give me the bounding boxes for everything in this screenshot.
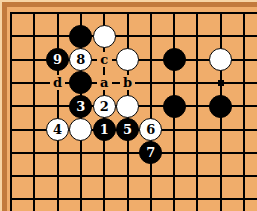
board-point xyxy=(46,1,69,24)
board-point xyxy=(69,118,92,141)
black-stone-move-5: 5 xyxy=(116,118,139,141)
board-point xyxy=(162,1,185,24)
board-point xyxy=(209,118,232,141)
black-stone xyxy=(69,71,92,94)
black-stone-move-7: 7 xyxy=(139,141,162,164)
board-point xyxy=(162,164,185,187)
board-point xyxy=(23,164,46,187)
white-stone-move-6: 6 xyxy=(139,118,162,141)
board-point xyxy=(232,164,255,187)
white-stone-move-2: 2 xyxy=(93,95,116,118)
black-stone-move-9: 9 xyxy=(46,48,69,71)
board-point xyxy=(162,25,185,48)
board-point xyxy=(186,118,209,141)
board-point xyxy=(93,141,116,164)
go-diagram: 98cdab3241567 xyxy=(0,0,257,211)
board-point xyxy=(162,95,185,118)
board-point xyxy=(139,164,162,187)
board-point xyxy=(93,25,116,48)
board-point xyxy=(0,71,23,94)
board-point xyxy=(139,25,162,48)
board-point xyxy=(232,25,255,48)
board-point xyxy=(232,188,255,211)
board-point xyxy=(69,188,92,211)
board-point: 8 xyxy=(69,48,92,71)
board-point xyxy=(232,141,255,164)
white-stone xyxy=(209,48,232,71)
board-point xyxy=(0,118,23,141)
board-point xyxy=(0,141,23,164)
board-point xyxy=(0,1,23,24)
board-point xyxy=(93,164,116,187)
black-stone-move-1: 1 xyxy=(93,118,116,141)
black-stone xyxy=(163,95,186,118)
black-stone xyxy=(163,48,186,71)
board-point xyxy=(186,164,209,187)
board-point xyxy=(116,1,139,24)
board-point xyxy=(46,25,69,48)
white-stone xyxy=(116,95,139,118)
board-point xyxy=(232,118,255,141)
board-point xyxy=(0,48,23,71)
board-point xyxy=(139,48,162,71)
board-point xyxy=(116,95,139,118)
board-point xyxy=(209,48,232,71)
board-point xyxy=(23,141,46,164)
board-point xyxy=(186,188,209,211)
point-label-a: a xyxy=(97,75,112,90)
board-point xyxy=(232,95,255,118)
board-point: 2 xyxy=(93,95,116,118)
board-point xyxy=(23,95,46,118)
white-stone xyxy=(69,118,92,141)
white-stone xyxy=(93,25,116,48)
board-point xyxy=(46,188,69,211)
board-point xyxy=(23,71,46,94)
board-point xyxy=(116,141,139,164)
board-point xyxy=(162,48,185,71)
board-point xyxy=(23,118,46,141)
board-point: 6 xyxy=(139,118,162,141)
board-point: 3 xyxy=(69,95,92,118)
black-stone xyxy=(209,95,232,118)
board-point xyxy=(139,95,162,118)
board-point xyxy=(116,25,139,48)
board-point xyxy=(46,164,69,187)
board-point xyxy=(23,1,46,24)
board-point xyxy=(23,48,46,71)
board-point xyxy=(116,164,139,187)
board-point xyxy=(139,188,162,211)
board-point xyxy=(186,95,209,118)
point-label-c: c xyxy=(97,52,112,67)
board-point: 9 xyxy=(46,48,69,71)
board-point xyxy=(209,141,232,164)
board-point xyxy=(46,141,69,164)
board-point xyxy=(162,188,185,211)
board-point xyxy=(93,1,116,24)
board-point xyxy=(0,25,23,48)
board-point xyxy=(0,164,23,187)
board-point: b xyxy=(116,71,139,94)
board-point: 5 xyxy=(116,118,139,141)
board-point xyxy=(23,25,46,48)
board-point: 1 xyxy=(93,118,116,141)
star-point-marker xyxy=(218,80,224,86)
go-board-grid: 98cdab3241567 xyxy=(0,1,256,211)
board-point xyxy=(162,141,185,164)
board-point xyxy=(69,164,92,187)
white-stone xyxy=(116,48,139,71)
board-point xyxy=(209,71,232,94)
board-point: 4 xyxy=(46,118,69,141)
board-point xyxy=(69,1,92,24)
board-point: c xyxy=(93,48,116,71)
board-point xyxy=(139,1,162,24)
black-stone-move-3: 3 xyxy=(69,95,92,118)
board-point xyxy=(209,1,232,24)
board-point xyxy=(186,141,209,164)
white-stone-move-4: 4 xyxy=(46,118,69,141)
point-label-d: d xyxy=(50,75,65,90)
board-point xyxy=(186,25,209,48)
board-point: a xyxy=(93,71,116,94)
board-point xyxy=(69,25,92,48)
white-stone-move-8: 8 xyxy=(69,48,92,71)
board-point xyxy=(186,48,209,71)
board-point xyxy=(162,71,185,94)
board-point xyxy=(69,141,92,164)
board-point xyxy=(116,188,139,211)
board-point xyxy=(139,71,162,94)
board-point xyxy=(209,25,232,48)
board-point xyxy=(0,188,23,211)
board-point xyxy=(116,48,139,71)
board-point xyxy=(232,48,255,71)
board-point: 7 xyxy=(139,141,162,164)
board-point xyxy=(209,95,232,118)
point-label-b: b xyxy=(120,75,135,90)
board-point xyxy=(162,118,185,141)
black-stone xyxy=(69,25,92,48)
board-point xyxy=(209,164,232,187)
board-point xyxy=(93,188,116,211)
board-point xyxy=(69,71,92,94)
board-point: d xyxy=(46,71,69,94)
board-point xyxy=(0,95,23,118)
board-point xyxy=(232,71,255,94)
board-point xyxy=(186,1,209,24)
board-point xyxy=(186,71,209,94)
board-point xyxy=(232,1,255,24)
board-point xyxy=(209,188,232,211)
board-point xyxy=(23,188,46,211)
board-point xyxy=(46,95,69,118)
